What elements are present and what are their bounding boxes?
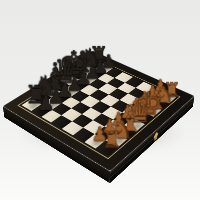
chess-set-photo: ♜♞♝♛♚♝♞♜♟♟♟♟♟♟♟♟♟♟♟♟♟♟♟♟♜♞♝♛♚♝♞♜ <box>0 0 200 200</box>
chess-board: ♜♞♝♛♚♝♞♜♟♟♟♟♟♟♟♟♟♟♟♟♟♟♟♟♜♞♝♛♚♝♞♜ <box>3 51 195 172</box>
white-rook-glyph: ♜ <box>102 128 122 151</box>
perspective-container: ♜♞♝♛♚♝♞♜♟♟♟♟♟♟♟♟♟♟♟♟♟♟♟♟♜♞♝♛♚♝♞♜ <box>0 0 200 200</box>
brass-clasp-icon <box>153 130 158 142</box>
black-pawn-glyph: ♟ <box>36 92 55 113</box>
